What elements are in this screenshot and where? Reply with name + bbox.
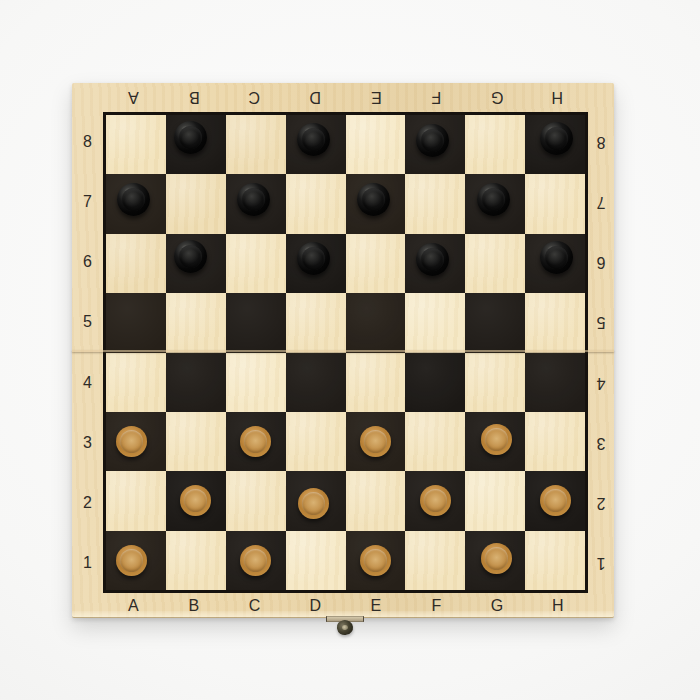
square-e4[interactable] <box>346 353 406 412</box>
square-g4[interactable] <box>465 353 525 412</box>
playfield <box>103 112 588 593</box>
square-h4[interactable] <box>525 353 585 412</box>
rank-label-left-6: 6 <box>72 232 103 292</box>
square-e7[interactable] <box>346 174 406 233</box>
board-fold-seam <box>72 350 614 352</box>
file-label-top-c: C <box>224 83 285 112</box>
rank-label-left-7: 7 <box>72 172 103 232</box>
rank-label-right-2: 2 <box>588 473 614 533</box>
black-checker-h8[interactable] <box>540 122 573 155</box>
file-label-top-a: A <box>103 83 164 112</box>
white-checker-c1[interactable] <box>240 545 271 576</box>
file-label-top-f: F <box>406 83 467 112</box>
square-b8[interactable] <box>166 115 226 174</box>
square-d8[interactable] <box>286 115 346 174</box>
file-label-top-b: B <box>164 83 225 112</box>
white-checker-f2[interactable] <box>420 485 451 516</box>
square-g8[interactable] <box>465 115 525 174</box>
square-f8[interactable] <box>405 115 465 174</box>
white-checker-b2[interactable] <box>180 485 211 516</box>
square-c3[interactable] <box>226 412 286 471</box>
white-checker-c3[interactable] <box>240 426 271 457</box>
square-c1[interactable] <box>226 531 286 590</box>
rank-label-left-5: 5 <box>72 292 103 352</box>
rank-label-right-1: 1 <box>588 533 614 593</box>
square-e3[interactable] <box>346 412 406 471</box>
square-a5[interactable] <box>106 293 166 352</box>
file-labels-top: ABCDEFGH <box>103 83 588 112</box>
checkers-board: ABCDEFGH ABCDEFGH 87654321 87654321 <box>72 83 614 618</box>
square-d3[interactable] <box>286 412 346 471</box>
rank-label-left-3: 3 <box>72 413 103 473</box>
rank-labels-left: 87654321 <box>72 112 103 593</box>
square-b6[interactable] <box>166 234 226 293</box>
rank-label-right-7: 7 <box>588 172 614 232</box>
rank-labels-right: 87654321 <box>588 112 614 593</box>
square-e6[interactable] <box>346 234 406 293</box>
rank-label-right-8: 8 <box>588 112 614 172</box>
black-checker-d8[interactable] <box>297 123 330 156</box>
black-checker-f8[interactable] <box>416 124 449 157</box>
square-c8[interactable] <box>226 115 286 174</box>
black-checker-d6[interactable] <box>297 242 330 275</box>
square-d6[interactable] <box>286 234 346 293</box>
square-d4[interactable] <box>286 353 346 412</box>
square-b5[interactable] <box>166 293 226 352</box>
square-a6[interactable] <box>106 234 166 293</box>
square-f1[interactable] <box>405 531 465 590</box>
black-checker-e7[interactable] <box>357 183 390 216</box>
black-checker-c7[interactable] <box>237 183 270 216</box>
square-f2[interactable] <box>405 471 465 530</box>
square-h5[interactable] <box>525 293 585 352</box>
rank-label-right-3: 3 <box>588 413 614 473</box>
black-checker-f6[interactable] <box>416 243 449 276</box>
square-e2[interactable] <box>346 471 406 530</box>
square-b7[interactable] <box>166 174 226 233</box>
square-d2[interactable] <box>286 471 346 530</box>
square-a2[interactable] <box>106 471 166 530</box>
square-c5[interactable] <box>226 293 286 352</box>
rank-label-left-8: 8 <box>72 112 103 172</box>
square-h2[interactable] <box>525 471 585 530</box>
white-checker-d2[interactable] <box>298 488 329 519</box>
square-a4[interactable] <box>106 353 166 412</box>
file-label-top-g: G <box>467 83 528 112</box>
square-e8[interactable] <box>346 115 406 174</box>
square-h7[interactable] <box>525 174 585 233</box>
rank-label-left-1: 1 <box>72 533 103 593</box>
square-f7[interactable] <box>405 174 465 233</box>
square-h1[interactable] <box>525 531 585 590</box>
black-checker-h6[interactable] <box>540 241 573 274</box>
square-d1[interactable] <box>286 531 346 590</box>
white-checker-h2[interactable] <box>540 485 571 516</box>
square-b1[interactable] <box>166 531 226 590</box>
white-checker-a3[interactable] <box>116 426 147 457</box>
square-g6[interactable] <box>465 234 525 293</box>
rank-label-right-4: 4 <box>588 353 614 413</box>
square-f3[interactable] <box>405 412 465 471</box>
black-checker-a7[interactable] <box>117 183 150 216</box>
rank-label-right-5: 5 <box>588 292 614 352</box>
black-checker-b8[interactable] <box>174 121 207 154</box>
square-a1[interactable] <box>106 531 166 590</box>
square-b2[interactable] <box>166 471 226 530</box>
square-g5[interactable] <box>465 293 525 352</box>
square-c7[interactable] <box>226 174 286 233</box>
white-checker-e3[interactable] <box>360 426 391 457</box>
square-d7[interactable] <box>286 174 346 233</box>
black-checker-g7[interactable] <box>477 183 510 216</box>
square-a7[interactable] <box>106 174 166 233</box>
file-label-top-e: E <box>346 83 407 112</box>
square-d5[interactable] <box>286 293 346 352</box>
photo-scene: ABCDEFGH ABCDEFGH 87654321 87654321 <box>0 0 700 700</box>
rank-label-left-4: 4 <box>72 353 103 413</box>
square-b3[interactable] <box>166 412 226 471</box>
white-checker-g1[interactable] <box>481 543 512 574</box>
square-c2[interactable] <box>226 471 286 530</box>
square-f6[interactable] <box>405 234 465 293</box>
square-a3[interactable] <box>106 412 166 471</box>
white-checker-e1[interactable] <box>360 545 391 576</box>
square-h8[interactable] <box>525 115 585 174</box>
square-e1[interactable] <box>346 531 406 590</box>
square-g2[interactable] <box>465 471 525 530</box>
square-c4[interactable] <box>226 353 286 412</box>
brass-clasp <box>324 614 370 642</box>
square-c6[interactable] <box>226 234 286 293</box>
square-h6[interactable] <box>525 234 585 293</box>
rank-label-right-6: 6 <box>588 232 614 292</box>
file-label-top-d: D <box>285 83 346 112</box>
white-checker-a1[interactable] <box>116 545 147 576</box>
square-f5[interactable] <box>405 293 465 352</box>
white-checker-g3[interactable] <box>481 424 512 455</box>
square-g3[interactable] <box>465 412 525 471</box>
file-label-top-h: H <box>527 83 588 112</box>
square-a8[interactable] <box>106 115 166 174</box>
square-f4[interactable] <box>405 353 465 412</box>
square-e5[interactable] <box>346 293 406 352</box>
square-h3[interactable] <box>525 412 585 471</box>
square-g7[interactable] <box>465 174 525 233</box>
square-b4[interactable] <box>166 353 226 412</box>
rank-label-left-2: 2 <box>72 473 103 533</box>
square-g1[interactable] <box>465 531 525 590</box>
black-checker-b6[interactable] <box>174 240 207 273</box>
